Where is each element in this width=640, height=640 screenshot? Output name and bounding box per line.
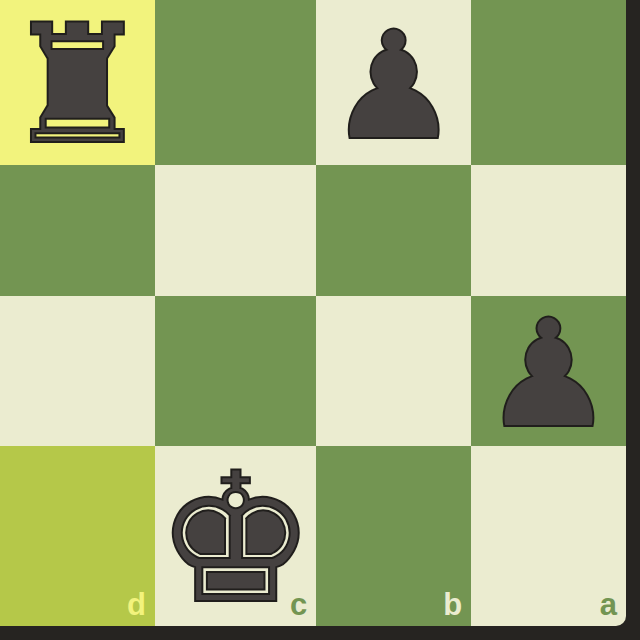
- chess-board: ♜♟♟d♚cba: [0, 0, 626, 626]
- black-rook-d5[interactable]: ♜: [3, 3, 151, 168]
- square-d6[interactable]: [0, 165, 155, 296]
- page-background: ♜♟♟d♚cba: [0, 0, 640, 640]
- square-b8[interactable]: b: [316, 446, 471, 626]
- square-c7[interactable]: [155, 296, 316, 446]
- square-b5[interactable]: ♟: [316, 0, 471, 165]
- square-a6[interactable]: [471, 165, 626, 296]
- square-d7[interactable]: [0, 296, 155, 446]
- black-pawn-a7[interactable]: ♟: [481, 299, 615, 449]
- square-b6[interactable]: [316, 165, 471, 296]
- coordinate-label-d: d: [127, 589, 146, 620]
- coordinate-label-a: a: [600, 589, 617, 620]
- coordinate-label-c: c: [290, 589, 307, 620]
- square-b7[interactable]: [316, 296, 471, 446]
- square-a8[interactable]: a: [471, 446, 626, 626]
- square-c6[interactable]: [155, 165, 316, 296]
- square-c5[interactable]: [155, 0, 316, 165]
- square-c8[interactable]: ♚c: [155, 446, 316, 626]
- coordinate-label-b: b: [443, 589, 462, 620]
- square-d5[interactable]: ♜: [0, 0, 155, 165]
- black-pawn-b5[interactable]: ♟: [326, 11, 460, 161]
- square-d8[interactable]: d: [0, 446, 155, 626]
- square-a5[interactable]: [471, 0, 626, 165]
- square-a7[interactable]: ♟: [471, 296, 626, 446]
